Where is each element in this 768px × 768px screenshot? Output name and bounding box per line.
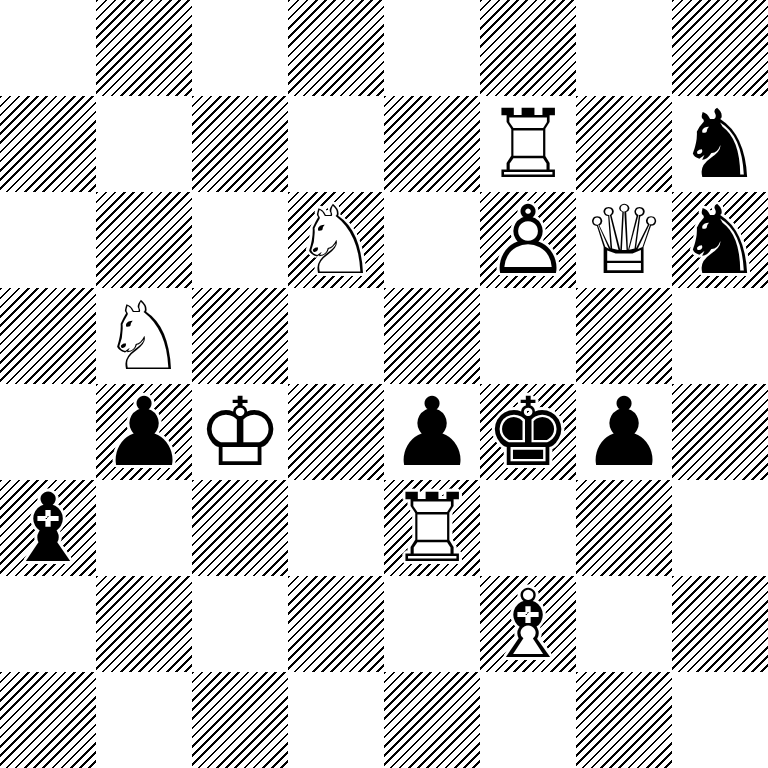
square-f6[interactable]: ♟♙ [480,192,576,288]
square-d6[interactable]: ♞♘ [288,192,384,288]
square-h7[interactable]: ♞♞ [672,96,768,192]
square-g4[interactable]: ♟♟ [576,384,672,480]
white-queen-g6[interactable]: ♛♕ [576,192,672,288]
white-pawn-f6[interactable]: ♟♙ [480,192,576,288]
square-c3[interactable] [192,480,288,576]
piece-glyph: ♗ [480,576,576,672]
square-f4[interactable]: ♚♚ [480,384,576,480]
square-h8[interactable] [672,0,768,96]
square-g3[interactable] [576,480,672,576]
square-g5[interactable] [576,288,672,384]
white-rook-f7[interactable]: ♜♖ [480,96,576,192]
square-c1[interactable] [192,672,288,768]
piece-glyph: ♘ [96,288,192,384]
square-f5[interactable] [480,288,576,384]
white-king-c4[interactable]: ♚♔ [192,384,288,480]
square-d1[interactable] [288,672,384,768]
square-b4[interactable]: ♟♟ [96,384,192,480]
square-h6[interactable]: ♞♞ [672,192,768,288]
square-a8[interactable] [0,0,96,96]
square-g6[interactable]: ♛♕ [576,192,672,288]
black-pawn-g4[interactable]: ♟♟ [576,384,672,480]
square-a3[interactable]: ♝♝ [0,480,96,576]
square-g7[interactable] [576,96,672,192]
square-e1[interactable] [384,672,480,768]
square-f1[interactable] [480,672,576,768]
square-e4[interactable]: ♟♟ [384,384,480,480]
piece-glyph: ♕ [576,192,672,288]
black-knight-h6[interactable]: ♞♞ [672,192,768,288]
square-a4[interactable] [0,384,96,480]
square-g2[interactable] [576,576,672,672]
square-c7[interactable] [192,96,288,192]
piece-glyph: ♘ [288,192,384,288]
square-b6[interactable] [96,192,192,288]
square-a2[interactable] [0,576,96,672]
square-f2[interactable]: ♝♗ [480,576,576,672]
square-d8[interactable] [288,0,384,96]
square-b1[interactable] [96,672,192,768]
square-a5[interactable] [0,288,96,384]
piece-glyph: ♝ [0,480,96,576]
square-a6[interactable] [0,192,96,288]
black-knight-h7[interactable]: ♞♞ [672,96,768,192]
square-e5[interactable] [384,288,480,384]
square-d7[interactable] [288,96,384,192]
square-e2[interactable] [384,576,480,672]
square-d2[interactable] [288,576,384,672]
piece-glyph: ♟ [576,384,672,480]
square-f8[interactable] [480,0,576,96]
square-c4[interactable]: ♚♔ [192,384,288,480]
black-bishop-a3[interactable]: ♝♝ [0,480,96,576]
white-knight-d6[interactable]: ♞♘ [288,192,384,288]
white-rook-e3[interactable]: ♜♖ [384,480,480,576]
white-bishop-f2[interactable]: ♝♗ [480,576,576,672]
piece-glyph: ♚ [480,384,576,480]
square-e3[interactable]: ♜♖ [384,480,480,576]
square-h5[interactable] [672,288,768,384]
chess-board: ♜♖♞♞♞♘♟♙♛♕♞♞♞♘♟♟♚♔♟♟♚♚♟♟♝♝♜♖♝♗ [0,0,768,768]
square-a1[interactable] [0,672,96,768]
square-a7[interactable] [0,96,96,192]
square-f7[interactable]: ♜♖ [480,96,576,192]
piece-glyph: ♖ [480,96,576,192]
square-d3[interactable] [288,480,384,576]
square-h2[interactable] [672,576,768,672]
black-pawn-e4[interactable]: ♟♟ [384,384,480,480]
piece-glyph: ♙ [480,192,576,288]
square-c8[interactable] [192,0,288,96]
square-b3[interactable] [96,480,192,576]
piece-glyph: ♞ [672,192,768,288]
black-king-f4[interactable]: ♚♚ [480,384,576,480]
square-b2[interactable] [96,576,192,672]
square-b7[interactable] [96,96,192,192]
square-c6[interactable] [192,192,288,288]
square-e8[interactable] [384,0,480,96]
square-d5[interactable] [288,288,384,384]
piece-glyph: ♖ [384,480,480,576]
black-pawn-b4[interactable]: ♟♟ [96,384,192,480]
square-d4[interactable] [288,384,384,480]
piece-glyph: ♔ [192,384,288,480]
square-g1[interactable] [576,672,672,768]
square-b5[interactable]: ♞♘ [96,288,192,384]
square-g8[interactable] [576,0,672,96]
square-h1[interactable] [672,672,768,768]
square-c2[interactable] [192,576,288,672]
piece-glyph: ♟ [384,384,480,480]
square-f3[interactable] [480,480,576,576]
square-h4[interactable] [672,384,768,480]
square-h3[interactable] [672,480,768,576]
white-knight-b5[interactable]: ♞♘ [96,288,192,384]
piece-glyph: ♞ [672,96,768,192]
piece-glyph: ♟ [96,384,192,480]
square-c5[interactable] [192,288,288,384]
square-e6[interactable] [384,192,480,288]
square-b8[interactable] [96,0,192,96]
square-e7[interactable] [384,96,480,192]
